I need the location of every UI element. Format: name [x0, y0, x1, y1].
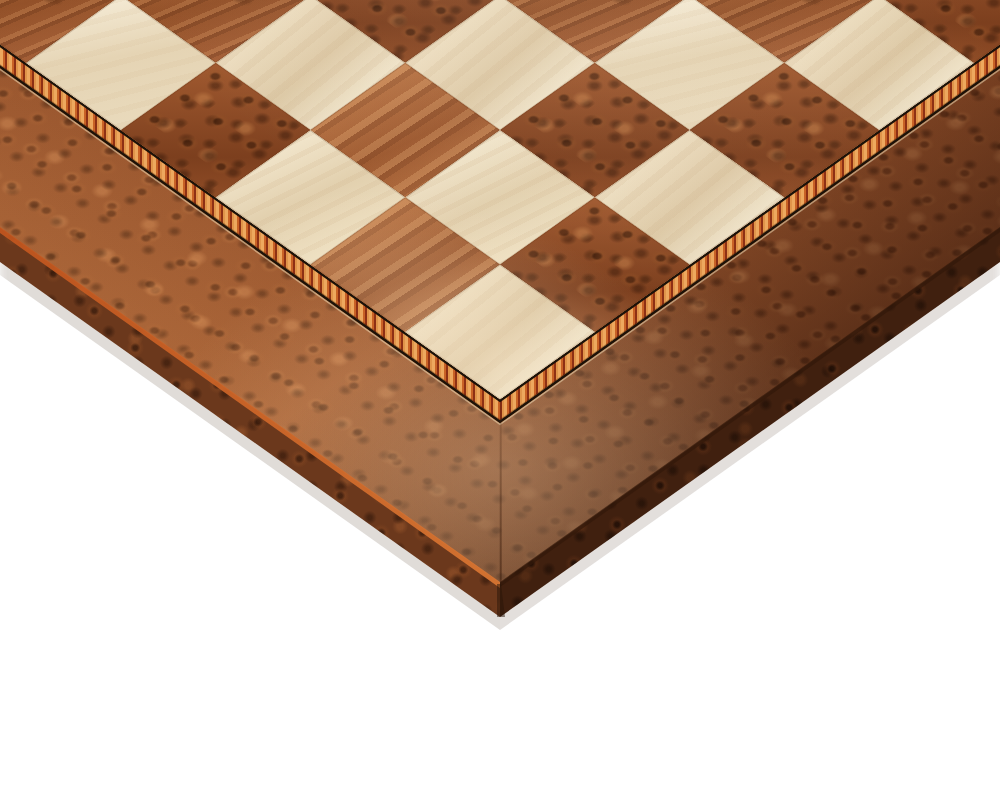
frame-mitre-seam	[500, 398, 502, 584]
chess-board	[0, 0, 1000, 584]
chessboard-product-photo	[0, 0, 1000, 800]
